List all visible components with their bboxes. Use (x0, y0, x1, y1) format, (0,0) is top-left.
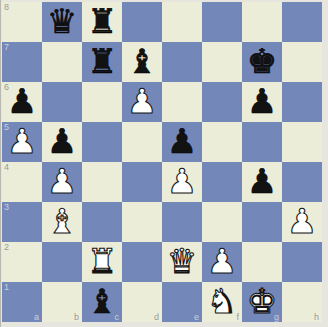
square-h6[interactable] (282, 82, 322, 122)
piece-black-bishop[interactable]: ♝ (127, 41, 157, 81)
piece-black-king[interactable]: ♚ (247, 41, 277, 81)
square-e5[interactable]: ♟ (162, 122, 202, 162)
square-f4[interactable] (202, 162, 242, 202)
square-e1[interactable]: e (162, 282, 202, 322)
square-a6[interactable]: 6♟ (2, 82, 42, 122)
rank-label-8: 8 (4, 3, 9, 12)
square-e7[interactable] (162, 42, 202, 82)
piece-black-pawn[interactable]: ♟ (247, 161, 277, 201)
square-f8[interactable] (202, 2, 242, 42)
square-c3[interactable] (82, 202, 122, 242)
square-h2[interactable] (282, 242, 322, 282)
chess-app-frame: 8♛♜7♜♝♚6♟♟♟5♟♟♟4♟♟♟3♝♟2♜♛♟1abc♝def♞g♚h (0, 0, 328, 327)
square-b1[interactable]: b (42, 282, 82, 322)
piece-white-queen[interactable]: ♛ (167, 241, 197, 281)
square-b5[interactable]: ♟ (42, 122, 82, 162)
piece-white-pawn[interactable]: ♟ (207, 241, 237, 281)
piece-black-queen[interactable]: ♛ (47, 1, 77, 41)
square-a3[interactable]: 3 (2, 202, 42, 242)
square-d4[interactable] (122, 162, 162, 202)
square-h1[interactable]: h (282, 282, 322, 322)
square-b7[interactable] (42, 42, 82, 82)
piece-black-pawn[interactable]: ♟ (167, 121, 197, 161)
chess-board: 8♛♜7♜♝♚6♟♟♟5♟♟♟4♟♟♟3♝♟2♜♛♟1abc♝def♞g♚h (2, 2, 322, 322)
piece-white-knight[interactable]: ♞ (207, 281, 237, 321)
square-g2[interactable] (242, 242, 282, 282)
piece-white-pawn[interactable]: ♟ (7, 121, 37, 161)
square-a4[interactable]: 4 (2, 162, 42, 202)
square-g1[interactable]: g♚ (242, 282, 282, 322)
square-h3[interactable]: ♟ (282, 202, 322, 242)
piece-white-bishop[interactable]: ♝ (47, 201, 77, 241)
square-g5[interactable] (242, 122, 282, 162)
square-d5[interactable] (122, 122, 162, 162)
piece-black-pawn[interactable]: ♟ (47, 121, 77, 161)
square-h5[interactable] (282, 122, 322, 162)
square-b2[interactable] (42, 242, 82, 282)
square-d8[interactable] (122, 2, 162, 42)
square-a1[interactable]: 1a (2, 282, 42, 322)
piece-white-pawn[interactable]: ♟ (47, 161, 77, 201)
square-f2[interactable]: ♟ (202, 242, 242, 282)
square-e4[interactable]: ♟ (162, 162, 202, 202)
file-label-a: a (34, 313, 39, 322)
square-f3[interactable] (202, 202, 242, 242)
square-d3[interactable] (122, 202, 162, 242)
square-e6[interactable] (162, 82, 202, 122)
square-h8[interactable] (282, 2, 322, 42)
piece-black-pawn[interactable]: ♟ (7, 81, 37, 121)
square-b4[interactable]: ♟ (42, 162, 82, 202)
square-f7[interactable] (202, 42, 242, 82)
square-c5[interactable] (82, 122, 122, 162)
piece-black-rook[interactable]: ♜ (87, 41, 117, 81)
rank-label-2: 2 (4, 243, 9, 252)
square-a7[interactable]: 7 (2, 42, 42, 82)
square-b3[interactable]: ♝ (42, 202, 82, 242)
piece-black-bishop[interactable]: ♝ (87, 281, 117, 321)
piece-black-rook[interactable]: ♜ (87, 1, 117, 41)
square-c8[interactable]: ♜ (82, 2, 122, 42)
rank-label-4: 4 (4, 163, 9, 172)
square-e2[interactable]: ♛ (162, 242, 202, 282)
square-f1[interactable]: f♞ (202, 282, 242, 322)
square-d2[interactable] (122, 242, 162, 282)
square-g7[interactable]: ♚ (242, 42, 282, 82)
square-c6[interactable] (82, 82, 122, 122)
square-b8[interactable]: ♛ (42, 2, 82, 42)
square-c1[interactable]: c♝ (82, 282, 122, 322)
square-g6[interactable]: ♟ (242, 82, 282, 122)
file-label-d: d (154, 313, 159, 322)
square-f6[interactable] (202, 82, 242, 122)
square-d1[interactable]: d (122, 282, 162, 322)
file-label-h: h (314, 313, 319, 322)
square-h4[interactable] (282, 162, 322, 202)
file-label-e: e (194, 313, 199, 322)
square-e3[interactable] (162, 202, 202, 242)
piece-white-pawn[interactable]: ♟ (167, 161, 197, 201)
square-g4[interactable]: ♟ (242, 162, 282, 202)
rank-label-1: 1 (4, 283, 9, 292)
rank-label-3: 3 (4, 203, 9, 212)
square-f5[interactable] (202, 122, 242, 162)
square-d7[interactable]: ♝ (122, 42, 162, 82)
piece-white-pawn[interactable]: ♟ (127, 81, 157, 121)
piece-white-rook[interactable]: ♜ (87, 241, 117, 281)
square-c4[interactable] (82, 162, 122, 202)
square-c7[interactable]: ♜ (82, 42, 122, 82)
square-c2[interactable]: ♜ (82, 242, 122, 282)
square-d6[interactable]: ♟ (122, 82, 162, 122)
rank-label-7: 7 (4, 43, 9, 52)
square-a2[interactable]: 2 (2, 242, 42, 282)
piece-white-king[interactable]: ♚ (247, 281, 277, 321)
square-e8[interactable] (162, 2, 202, 42)
square-b6[interactable] (42, 82, 82, 122)
square-h7[interactable] (282, 42, 322, 82)
square-g8[interactable] (242, 2, 282, 42)
square-a8[interactable]: 8 (2, 2, 42, 42)
piece-black-pawn[interactable]: ♟ (247, 81, 277, 121)
file-label-b: b (74, 313, 79, 322)
square-a5[interactable]: 5♟ (2, 122, 42, 162)
piece-white-pawn[interactable]: ♟ (287, 201, 317, 241)
square-g3[interactable] (242, 202, 282, 242)
